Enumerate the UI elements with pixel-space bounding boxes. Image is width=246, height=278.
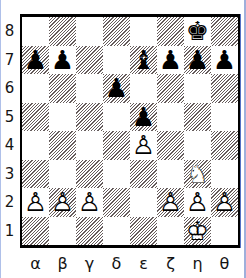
rank-label-2: 2 (0, 188, 19, 217)
square-δ7[interactable] (103, 46, 130, 75)
square-α3[interactable] (22, 160, 49, 189)
square-γ1[interactable] (76, 217, 103, 246)
square-ε7[interactable]: ♝ (130, 46, 157, 75)
square-θ6[interactable] (211, 74, 238, 103)
black-pawn-icon: ♟ (103, 74, 130, 103)
chess-diagram: 87654321 ♚♟♟♝♟♟♟♟♟♟♙♞♘♟♙♟♙♟♙♟♙♟♙♟♙♚♔ αβγ… (0, 0, 246, 278)
black-pawn-icon: ♟ (22, 46, 49, 75)
file-label-θ: θ (211, 250, 238, 276)
square-ε2[interactable] (130, 188, 157, 217)
white-king-icon: ♔ (184, 217, 211, 246)
square-β2[interactable]: ♟♙ (49, 188, 76, 217)
black-pawn-icon: ♟ (49, 46, 76, 75)
square-ε8[interactable] (130, 17, 157, 46)
white-pawn-icon: ♙ (76, 188, 103, 217)
piece-white-pawn[interactable]: ♟♙ (130, 131, 157, 160)
piece-white-knight[interactable]: ♞♘ (184, 160, 211, 189)
black-king-icon: ♚ (184, 17, 211, 46)
piece-black-pawn[interactable]: ♟ (103, 74, 130, 103)
square-θ8[interactable] (211, 17, 238, 46)
square-δ2[interactable] (103, 188, 130, 217)
piece-black-pawn[interactable]: ♟ (22, 46, 49, 75)
square-ζ4[interactable] (157, 131, 184, 160)
square-ζ2[interactable]: ♟♙ (157, 188, 184, 217)
square-α4[interactable] (22, 131, 49, 160)
rank-label-7: 7 (0, 46, 19, 75)
square-η7[interactable]: ♟ (184, 46, 211, 75)
file-label-α: α (22, 250, 49, 276)
rank-label-1: 1 (0, 217, 19, 246)
square-ζ8[interactable] (157, 17, 184, 46)
file-label-η: η (184, 250, 211, 276)
chess-board[interactable]: ♚♟♟♝♟♟♟♟♟♟♙♞♘♟♙♟♙♟♙♟♙♟♙♟♙♚♔ (20, 14, 240, 248)
file-label-γ: γ (76, 250, 103, 276)
square-η6[interactable] (184, 74, 211, 103)
piece-white-pawn[interactable]: ♟♙ (49, 188, 76, 217)
square-γ4[interactable] (76, 131, 103, 160)
square-η4[interactable] (184, 131, 211, 160)
square-α5[interactable] (22, 103, 49, 132)
file-label-δ: δ (103, 250, 130, 276)
black-pawn-icon: ♟ (130, 103, 157, 132)
square-γ8[interactable] (76, 17, 103, 46)
square-ζ3[interactable] (157, 160, 184, 189)
square-β7[interactable]: ♟ (49, 46, 76, 75)
square-ε5[interactable]: ♟ (130, 103, 157, 132)
square-β1[interactable] (49, 217, 76, 246)
square-γ5[interactable] (76, 103, 103, 132)
square-θ1[interactable] (211, 217, 238, 246)
square-η8[interactable]: ♚ (184, 17, 211, 46)
file-label-ε: ε (130, 250, 157, 276)
square-α6[interactable] (22, 74, 49, 103)
piece-white-pawn[interactable]: ♟♙ (211, 188, 238, 217)
rank-label-4: 4 (0, 131, 19, 160)
square-δ1[interactable] (103, 217, 130, 246)
square-ε3[interactable] (130, 160, 157, 189)
black-pawn-icon: ♟ (211, 46, 238, 75)
square-η2[interactable]: ♟♙ (184, 188, 211, 217)
square-α7[interactable]: ♟ (22, 46, 49, 75)
black-pawn-icon: ♟ (157, 46, 184, 75)
square-δ8[interactable] (103, 17, 130, 46)
square-ζ6[interactable] (157, 74, 184, 103)
rank-label-5: 5 (0, 103, 19, 132)
piece-white-pawn[interactable]: ♟♙ (76, 188, 103, 217)
square-θ2[interactable]: ♟♙ (211, 188, 238, 217)
white-pawn-icon: ♙ (157, 188, 184, 217)
piece-white-pawn[interactable]: ♟♙ (22, 188, 49, 217)
square-θ5[interactable] (211, 103, 238, 132)
square-β5[interactable] (49, 103, 76, 132)
square-β4[interactable] (49, 131, 76, 160)
piece-black-pawn[interactable]: ♟ (49, 46, 76, 75)
file-label-β: β (49, 250, 76, 276)
square-β3[interactable] (49, 160, 76, 189)
square-γ3[interactable] (76, 160, 103, 189)
piece-black-pawn[interactable]: ♟ (184, 46, 211, 75)
square-θ7[interactable]: ♟ (211, 46, 238, 75)
white-pawn-icon: ♙ (22, 188, 49, 217)
piece-white-pawn[interactable]: ♟♙ (157, 188, 184, 217)
white-pawn-icon: ♙ (211, 188, 238, 217)
piece-black-pawn[interactable]: ♟ (157, 46, 184, 75)
piece-black-king[interactable]: ♚ (184, 17, 211, 46)
square-γ2[interactable]: ♟♙ (76, 188, 103, 217)
rank-label-6: 6 (0, 74, 19, 103)
file-labels: αβγδεζηθ (22, 250, 238, 276)
square-ζ7[interactable]: ♟ (157, 46, 184, 75)
white-knight-icon: ♘ (184, 160, 211, 189)
square-ζ5[interactable] (157, 103, 184, 132)
piece-black-pawn[interactable]: ♟ (130, 103, 157, 132)
white-pawn-icon: ♙ (49, 188, 76, 217)
black-bishop-icon: ♝ (130, 46, 157, 75)
piece-black-pawn[interactable]: ♟ (211, 46, 238, 75)
rank-labels: 87654321 (0, 17, 19, 245)
square-ε4[interactable]: ♟♙ (130, 131, 157, 160)
square-β8[interactable] (49, 17, 76, 46)
square-δ6[interactable]: ♟ (103, 74, 130, 103)
square-γ7[interactable] (76, 46, 103, 75)
square-ζ1[interactable] (157, 217, 184, 246)
square-α2[interactable]: ♟♙ (22, 188, 49, 217)
square-θ4[interactable] (211, 131, 238, 160)
file-label-ζ: ζ (157, 250, 184, 276)
square-η1[interactable]: ♚♔ (184, 217, 211, 246)
rank-label-8: 8 (0, 17, 19, 46)
square-δ5[interactable] (103, 103, 130, 132)
square-γ6[interactable] (76, 74, 103, 103)
white-pawn-icon: ♙ (130, 131, 157, 160)
square-θ3[interactable] (211, 160, 238, 189)
rank-label-3: 3 (0, 160, 19, 189)
square-ε1[interactable] (130, 217, 157, 246)
square-α8[interactable] (22, 17, 49, 46)
square-ε6[interactable] (130, 74, 157, 103)
square-δ3[interactable] (103, 160, 130, 189)
square-α1[interactable] (22, 217, 49, 246)
piece-black-bishop[interactable]: ♝ (130, 46, 157, 75)
piece-white-king[interactable]: ♚♔ (184, 217, 211, 246)
black-pawn-icon: ♟ (184, 46, 211, 75)
square-δ4[interactable] (103, 131, 130, 160)
square-β6[interactable] (49, 74, 76, 103)
white-pawn-icon: ♙ (184, 188, 211, 217)
square-η5[interactable] (184, 103, 211, 132)
square-η3[interactable]: ♞♘ (184, 160, 211, 189)
piece-white-pawn[interactable]: ♟♙ (184, 188, 211, 217)
